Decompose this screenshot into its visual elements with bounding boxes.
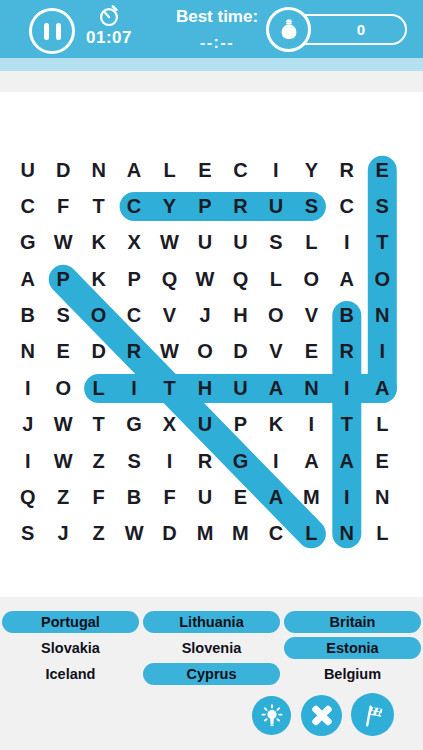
coin-bag-button[interactable] [266,7,311,52]
grid-cell[interactable]: I [10,370,45,406]
grid-cell[interactable]: T [81,188,116,224]
grid-cell[interactable]: W [187,261,222,297]
grid-cell[interactable]: D [81,334,116,370]
grid-cell[interactable]: S [116,443,151,479]
grid-cell[interactable]: A [329,261,364,297]
grid-cell[interactable]: I [116,370,151,406]
grid-cell[interactable]: I [258,152,293,188]
grid-cell[interactable]: S [45,297,80,333]
grid-cell[interactable]: I [329,225,364,261]
grid-cell[interactable]: O [365,261,400,297]
grid-cell[interactable]: O [81,297,116,333]
grid-cell[interactable]: A [365,370,400,406]
grid-cell[interactable]: A [329,443,364,479]
grid-cell[interactable]: L [152,152,187,188]
grid-cell[interactable]: Y [294,152,329,188]
grid-cell[interactable]: G [116,407,151,443]
grid-cell[interactable]: Z [81,443,116,479]
grid-cell[interactable]: V [294,297,329,333]
grid-cell[interactable]: R [329,152,364,188]
grid-cell[interactable]: M [223,516,258,552]
grid-cell[interactable]: N [294,370,329,406]
best-time: Best time: --:-- [158,7,276,52]
grid-cell[interactable]: T [329,407,364,443]
grid-cell[interactable]: A [258,479,293,515]
grid-cell[interactable]: M [187,516,222,552]
finish-flag-button[interactable] [351,693,394,736]
grid-cell[interactable]: Y [152,188,187,224]
word-britain: Britain [284,611,421,633]
word-slovakia: Slovakia [2,637,139,659]
close-button[interactable] [301,695,342,736]
grid-cell[interactable]: I [258,443,293,479]
grid-cell[interactable]: C [223,152,258,188]
money-bag-icon [276,17,302,43]
grid-cell[interactable]: V [258,334,293,370]
grid-cell[interactable]: I [365,334,400,370]
grid-cell[interactable]: U [223,225,258,261]
grid-cell[interactable]: R [329,334,364,370]
grid-cell[interactable]: W [45,443,80,479]
grid-cell[interactable]: L [294,225,329,261]
grid-cell[interactable]: Q [10,479,45,515]
grid-cell[interactable]: H [223,297,258,333]
grid-cell[interactable]: I [152,443,187,479]
grid-cell[interactable]: E [223,479,258,515]
grid-cell[interactable]: A [10,261,45,297]
stopwatch-icon [97,3,122,28]
grid-cell[interactable]: I [329,479,364,515]
grid-cell[interactable]: J [10,407,45,443]
grid-cell[interactable]: G [223,443,258,479]
grid-cell[interactable]: U [187,479,222,515]
hint-button[interactable] [252,696,291,735]
grid-cell[interactable]: O [45,370,80,406]
grid-cell[interactable]: E [365,152,400,188]
grid-cell[interactable]: K [81,261,116,297]
grid-cell[interactable]: L [258,261,293,297]
timer-value: 01:07 [80,28,138,48]
grid-cell[interactable]: U [187,225,222,261]
grid-cell[interactable]: J [45,516,80,552]
grid-cell[interactable]: E [294,334,329,370]
grid-cell[interactable]: N [365,297,400,333]
grid-cell[interactable]: E [45,334,80,370]
grid-cell[interactable]: K [81,225,116,261]
grid-cell[interactable]: N [10,334,45,370]
grid-cell[interactable]: T [365,225,400,261]
grid-cell[interactable]: N [365,479,400,515]
lightbulb-icon [257,701,287,731]
grid-cell[interactable]: R [116,334,151,370]
grid-cell[interactable]: D [45,152,80,188]
grid-cell[interactable]: K [258,407,293,443]
grid-cell[interactable]: P [45,261,80,297]
grid-cell[interactable]: C [116,297,151,333]
grid-cell[interactable]: V [152,297,187,333]
grid-cell[interactable]: Q [223,261,258,297]
grid-cell[interactable]: I [294,407,329,443]
pause-icon [44,23,49,40]
top-bar-accent-strip [0,58,423,71]
grid-cell[interactable]: G [10,225,45,261]
grid-cell[interactable]: U [258,188,293,224]
grid-cell[interactable]: L [365,516,400,552]
best-time-label: Best time: [158,7,276,27]
word-portugal: Portugal [2,611,139,633]
grid-cell[interactable]: T [152,370,187,406]
grid-cell[interactable]: I [10,443,45,479]
word-cyprus: Cyprus [143,663,280,685]
letter-cells: UDNALECIYRECFTCYPRUSCSGWKXWUUSLITAPKPQWQ… [10,152,400,552]
grid-cell[interactable]: E [365,443,400,479]
grid-cell[interactable]: P [223,407,258,443]
grid-cell[interactable]: X [152,407,187,443]
word-belgium: Belgium [284,663,421,685]
grid-cell[interactable]: U [223,370,258,406]
grid-cell[interactable]: B [329,297,364,333]
grid-cell[interactable]: X [116,225,151,261]
grid-cell[interactable]: F [45,188,80,224]
grid-cell[interactable]: D [152,516,187,552]
grid-cell[interactable]: D [223,334,258,370]
grid-cell[interactable]: O [258,297,293,333]
checkered-flag-icon [359,701,387,729]
word-search-grid[interactable]: UDNALECIYRECFTCYPRUSCSGWKXWUUSLITAPKPQWQ… [10,152,400,552]
grid-cell[interactable]: M [294,479,329,515]
grid-cell[interactable]: A [116,152,151,188]
grid-cell[interactable]: W [152,225,187,261]
word-estonia: Estonia [284,637,421,659]
pause-icon [56,23,61,40]
word-list: PortugalLithuaniaBritainSlovakiaSlovenia… [2,611,421,685]
grid-cell[interactable]: A [258,370,293,406]
pause-button[interactable] [29,8,75,54]
timer: 01:07 [80,3,138,48]
grid-cell[interactable]: C [258,516,293,552]
grid-cell[interactable]: U [187,407,222,443]
grid-cell[interactable]: L [294,516,329,552]
grid-cell[interactable]: C [116,188,151,224]
grid-cell[interactable]: B [10,297,45,333]
grid-cell[interactable]: L [365,407,400,443]
grid-cell[interactable]: B [116,479,151,515]
grid-cell[interactable]: J [187,297,222,333]
grid-cell[interactable]: O [294,261,329,297]
grid-cell[interactable]: R [223,188,258,224]
word-iceland: Iceland [2,663,139,685]
word-lithuania: Lithuania [143,611,280,633]
grid-cell[interactable]: H [187,370,222,406]
grid-cell[interactable]: Z [45,479,80,515]
word-slovenia: Slovenia [143,637,280,659]
grid-cell[interactable]: A [294,443,329,479]
grid-cell[interactable]: W [152,334,187,370]
grid-cell[interactable]: T [81,407,116,443]
grid-cell[interactable]: N [329,516,364,552]
grid-cell[interactable]: S [10,516,45,552]
grid-cell[interactable]: U [10,152,45,188]
grid-cell[interactable]: W [45,225,80,261]
grid-cell[interactable]: O [187,334,222,370]
grid-cell[interactable]: R [187,443,222,479]
grid-cell[interactable]: Z [81,516,116,552]
grid-cell[interactable]: E [187,152,222,188]
grid-cell[interactable]: Q [152,261,187,297]
grid-cell[interactable]: S [294,188,329,224]
grid-cell[interactable]: C [329,188,364,224]
grid-cell[interactable]: P [116,261,151,297]
grid-cell[interactable]: P [187,188,222,224]
grid-cell[interactable]: F [152,479,187,515]
grid-cell[interactable]: W [45,407,80,443]
grid-cell[interactable]: I [329,370,364,406]
grid-cell[interactable]: S [365,188,400,224]
grid-cell[interactable]: F [81,479,116,515]
grid-cell[interactable]: C [10,188,45,224]
grid-cell[interactable]: S [258,225,293,261]
close-x-icon [310,704,334,728]
grid-cell[interactable]: N [81,152,116,188]
best-time-value: --:-- [158,34,276,52]
grid-cell[interactable]: W [116,516,151,552]
grid-cell[interactable]: L [81,370,116,406]
